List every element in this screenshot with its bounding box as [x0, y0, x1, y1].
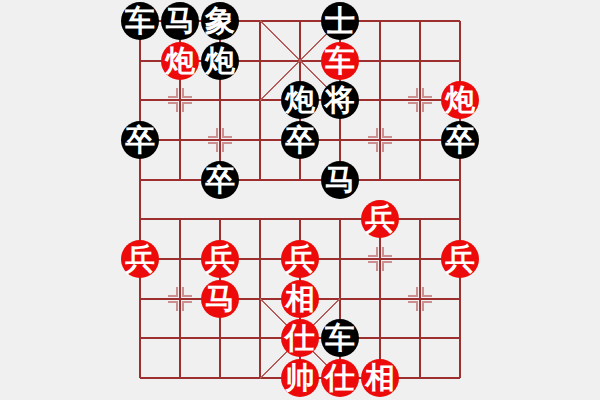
- piece-black-chariot[interactable]: 车: [121, 2, 159, 40]
- piece-black-elephant[interactable]: 象: [201, 2, 239, 40]
- piece-red-soldier[interactable]: 兵: [361, 200, 399, 238]
- piece-black-horse[interactable]: 马: [161, 2, 199, 40]
- piece-black-soldier[interactable]: 卒: [441, 121, 479, 159]
- piece-black-soldier[interactable]: 卒: [281, 121, 319, 159]
- piece-black-cannon[interactable]: 炮: [201, 42, 239, 80]
- piece-black-cannon[interactable]: 炮: [281, 81, 319, 119]
- piece-red-advisor[interactable]: 仕: [281, 319, 319, 357]
- piece-black-chariot[interactable]: 车: [321, 319, 359, 357]
- piece-red-elephant[interactable]: 相: [361, 359, 399, 397]
- piece-red-advisor[interactable]: 仕: [321, 359, 359, 397]
- xiangqi-app: 车马象士炮炮车炮将炮卒卒卒卒马兵兵兵兵兵马相仕车帅仕相: [0, 0, 600, 400]
- piece-black-soldier[interactable]: 卒: [121, 121, 159, 159]
- piece-red-horse[interactable]: 马: [201, 280, 239, 318]
- piece-red-chariot[interactable]: 车: [321, 42, 359, 80]
- piece-black-advisor[interactable]: 士: [321, 2, 359, 40]
- piece-black-horse[interactable]: 马: [321, 161, 359, 199]
- piece-red-cannon[interactable]: 炮: [161, 42, 199, 80]
- piece-red-soldier[interactable]: 兵: [121, 240, 159, 278]
- piece-red-elephant[interactable]: 相: [281, 280, 319, 318]
- piece-black-soldier[interactable]: 卒: [201, 161, 239, 199]
- piece-black-general[interactable]: 将: [321, 81, 359, 119]
- piece-red-soldier[interactable]: 兵: [201, 240, 239, 278]
- piece-red-cannon[interactable]: 炮: [441, 81, 479, 119]
- piece-red-soldier[interactable]: 兵: [281, 240, 319, 278]
- piece-red-general[interactable]: 帅: [281, 359, 319, 397]
- piece-red-soldier[interactable]: 兵: [441, 240, 479, 278]
- xiangqi-board[interactable]: 车马象士炮炮车炮将炮卒卒卒卒马兵兵兵兵兵马相仕车帅仕相: [120, 1, 480, 398]
